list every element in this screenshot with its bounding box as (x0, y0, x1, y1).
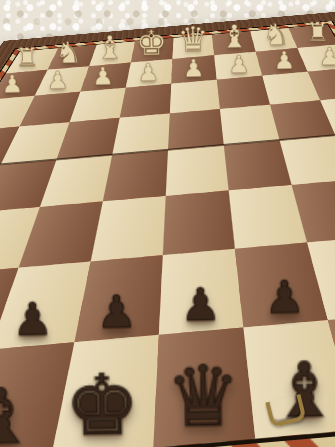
square-d7[interactable]: ♟ (158, 249, 242, 335)
white-pawn: ♟ (1, 72, 23, 97)
white-bishop: ♝ (95, 32, 124, 64)
square-e6[interactable] (90, 196, 165, 262)
white-pawn: ♟ (182, 56, 204, 81)
chess-set-photo: ♜♞♝♚♛♝♞♜♟♟♟♟♟♟♟♟♟♟♟♟♟♟♟♟♜♞♝♚♛♝♞♜ (0, 0, 335, 447)
white-pawn: ♟ (92, 64, 114, 89)
black-pawn: ♟ (179, 282, 220, 328)
white-pawn: ♟ (273, 48, 295, 73)
black-pawn: ♟ (263, 275, 304, 321)
square-e2[interactable]: ♟ (125, 59, 172, 88)
square-f8[interactable]: ♝ (0, 342, 74, 447)
square-c5[interactable] (223, 140, 291, 190)
white-knight: ♞ (55, 37, 82, 67)
black-king: ♚ (63, 363, 139, 447)
board-grid: ♜♞♝♚♛♝♞♜♟♟♟♟♟♟♟♟♟♟♟♟♟♟♟♟♜♞♝♚♛♝♞♜ (0, 25, 335, 447)
square-e3[interactable] (119, 84, 171, 118)
white-king: ♚ (135, 25, 166, 60)
black-pawn: ♟ (11, 297, 52, 343)
square-d6[interactable] (162, 190, 234, 255)
white-pawn: ♟ (46, 68, 68, 93)
black-bishop: ♝ (0, 379, 35, 447)
square-d2[interactable]: ♟ (171, 55, 216, 83)
perspective-wrapper: ♜♞♝♚♛♝♞♜♟♟♟♟♟♟♟♟♟♟♟♟♟♟♟♟♜♞♝♚♛♝♞♜ (0, 0, 335, 447)
white-pawn: ♟ (228, 52, 250, 77)
white-knight: ♞ (262, 19, 289, 49)
square-c6[interactable] (228, 185, 306, 249)
square-b5[interactable] (279, 135, 335, 184)
white-pawn: ♟ (318, 44, 335, 69)
square-f5[interactable] (39, 155, 111, 207)
square-c3[interactable] (216, 76, 269, 109)
white-rook: ♜ (305, 19, 329, 45)
square-d5[interactable] (165, 145, 228, 196)
black-queen: ♛ (164, 354, 240, 439)
square-b3[interactable] (262, 72, 320, 105)
white-rook: ♜ (15, 45, 39, 71)
square-e5[interactable] (102, 150, 167, 201)
inlay-border: ♜♞♝♚♛♝♞♜♟♟♟♟♟♟♟♟♟♟♟♟♟♟♟♟♜♞♝♚♛♝♞♜ (0, 20, 335, 447)
chess-board: ♜♞♝♚♛♝♞♜♟♟♟♟♟♟♟♟♟♟♟♟♟♟♟♟♜♞♝♚♛♝♞♜ (0, 11, 335, 447)
square-d3[interactable] (169, 80, 219, 114)
white-pawn: ♟ (137, 60, 159, 85)
square-d8[interactable]: ♛ (152, 327, 254, 447)
white-queen: ♛ (177, 22, 208, 57)
white-bishop: ♝ (220, 21, 249, 53)
board-frame: ♜♞♝♚♛♝♞♜♟♟♟♟♟♟♟♟♟♟♟♟♟♟♟♟♜♞♝♚♛♝♞♜ (0, 11, 335, 447)
black-pawn: ♟ (95, 290, 136, 336)
